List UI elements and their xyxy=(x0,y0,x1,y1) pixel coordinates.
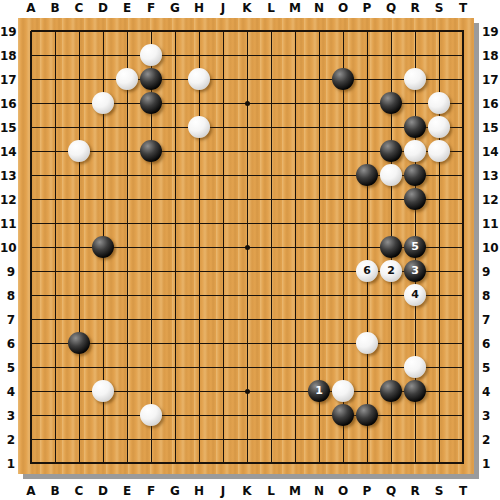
coord-label-R: R xyxy=(403,484,427,499)
stone-black-R15 xyxy=(404,116,426,138)
stone-white-S16 xyxy=(428,92,450,114)
coord-label-10: 10 xyxy=(482,240,500,256)
coord-label-E: E xyxy=(115,484,139,499)
coord-label-6: 6 xyxy=(482,336,500,352)
coord-label-8: 8 xyxy=(0,288,15,304)
coord-label-K: K xyxy=(235,484,259,499)
coord-label-13: 13 xyxy=(482,168,500,184)
grid-hline xyxy=(31,462,464,464)
grid-hline xyxy=(31,295,464,296)
stone-black-N4: 1 xyxy=(308,380,330,402)
stone-black-C6 xyxy=(68,332,90,354)
coord-label-14: 14 xyxy=(0,144,15,160)
stone-black-F14 xyxy=(140,140,162,162)
stone-white-R17 xyxy=(404,68,426,90)
coord-label-14: 14 xyxy=(482,144,500,160)
coord-label-C: C xyxy=(67,1,91,16)
stone-white-H15 xyxy=(188,116,210,138)
stone-black-Q14 xyxy=(380,140,402,162)
coord-label-5: 5 xyxy=(0,360,15,376)
coord-label-2: 2 xyxy=(482,432,500,448)
coord-label-5: 5 xyxy=(482,360,500,376)
stone-white-D4 xyxy=(92,380,114,402)
coord-label-19: 19 xyxy=(0,24,15,40)
stone-black-O3 xyxy=(332,404,354,426)
coord-label-L: L xyxy=(259,1,283,16)
stone-black-D10 xyxy=(92,236,114,258)
stone-white-P9: 6 xyxy=(356,260,378,282)
grid-vline xyxy=(295,31,296,464)
stone-black-R12 xyxy=(404,188,426,210)
stone-white-Q9: 2 xyxy=(380,260,402,282)
stone-black-P13 xyxy=(356,164,378,186)
go-board[interactable]: 562341 xyxy=(18,18,474,474)
star-point-K4 xyxy=(245,389,250,394)
coord-label-18: 18 xyxy=(482,48,500,64)
stone-black-F17 xyxy=(140,68,162,90)
stone-white-O4 xyxy=(332,380,354,402)
star-point-K10 xyxy=(245,245,250,250)
coord-label-E: E xyxy=(115,1,139,16)
coord-label-D: D xyxy=(91,484,115,499)
coord-label-D: D xyxy=(91,1,115,16)
coord-label-F: F xyxy=(139,1,163,16)
coord-label-N: N xyxy=(307,1,331,16)
coord-label-A: A xyxy=(19,484,43,499)
coord-label-P: P xyxy=(355,484,379,499)
coord-label-17: 17 xyxy=(0,72,15,88)
coord-label-19: 19 xyxy=(482,24,500,40)
coord-label-N: N xyxy=(307,484,331,499)
coord-label-18: 18 xyxy=(0,48,15,64)
coord-label-T: T xyxy=(451,484,475,499)
stone-white-R5 xyxy=(404,356,426,378)
coord-label-3: 3 xyxy=(0,408,15,424)
coord-label-7: 7 xyxy=(0,312,15,328)
coord-label-16: 16 xyxy=(482,96,500,112)
stone-black-R10: 5 xyxy=(404,236,426,258)
stone-white-C14 xyxy=(68,140,90,162)
stone-white-R8: 4 xyxy=(404,284,426,306)
coord-label-15: 15 xyxy=(482,120,500,136)
coord-label-A: A xyxy=(19,1,43,16)
grid-hline xyxy=(31,319,464,320)
coord-label-Q: Q xyxy=(379,484,403,499)
coord-label-C: C xyxy=(67,484,91,499)
coord-label-B: B xyxy=(43,484,67,499)
coord-label-1: 1 xyxy=(482,456,500,472)
coord-label-J: J xyxy=(211,484,235,499)
star-point-K16 xyxy=(245,101,250,106)
coord-label-S: S xyxy=(427,484,451,499)
coord-label-2: 2 xyxy=(0,432,15,448)
stone-black-Q4 xyxy=(380,380,402,402)
coord-label-H: H xyxy=(187,1,211,16)
grid-hline xyxy=(31,343,464,344)
coord-label-T: T xyxy=(451,1,475,16)
coord-label-4: 4 xyxy=(482,384,500,400)
stone-black-Q10 xyxy=(380,236,402,258)
stone-white-E17 xyxy=(116,68,138,90)
coord-label-K: K xyxy=(235,1,259,16)
coord-label-Q: Q xyxy=(379,1,403,16)
coord-label-15: 15 xyxy=(0,120,15,136)
coord-label-M: M xyxy=(283,1,307,16)
coord-label-4: 4 xyxy=(0,384,15,400)
grid-hline xyxy=(31,367,464,368)
coord-label-B: B xyxy=(43,1,67,16)
coord-label-17: 17 xyxy=(482,72,500,88)
go-game-viewer: ABCDEFGHJKLMNOPQRST 19181716151413121110… xyxy=(0,0,500,500)
coord-label-O: O xyxy=(331,484,355,499)
coord-label-10: 10 xyxy=(0,240,15,256)
stone-white-S14 xyxy=(428,140,450,162)
stone-black-R4 xyxy=(404,380,426,402)
coord-label-S: S xyxy=(427,1,451,16)
stone-black-F16 xyxy=(140,92,162,114)
stone-black-P3 xyxy=(356,404,378,426)
grid-vline xyxy=(271,31,272,464)
coord-label-12: 12 xyxy=(0,192,15,208)
stone-black-R13 xyxy=(404,164,426,186)
grid-vline xyxy=(367,31,368,464)
coord-label-13: 13 xyxy=(0,168,15,184)
coord-label-6: 6 xyxy=(0,336,15,352)
coord-label-L: L xyxy=(259,484,283,499)
coord-label-12: 12 xyxy=(482,192,500,208)
grid-hline xyxy=(31,439,464,440)
stone-white-P6 xyxy=(356,332,378,354)
coord-label-G: G xyxy=(163,1,187,16)
coord-label-1: 1 xyxy=(0,456,15,472)
grid-vline xyxy=(462,31,464,464)
stone-black-O17 xyxy=(332,68,354,90)
stone-black-R9: 3 xyxy=(404,260,426,282)
grid-hline xyxy=(31,415,464,416)
stone-white-F18 xyxy=(140,44,162,66)
stone-white-F3 xyxy=(140,404,162,426)
stone-white-D16 xyxy=(92,92,114,114)
coord-label-O: O xyxy=(331,1,355,16)
coord-label-M: M xyxy=(283,484,307,499)
coord-label-J: J xyxy=(211,1,235,16)
stone-black-Q16 xyxy=(380,92,402,114)
coord-label-3: 3 xyxy=(482,408,500,424)
coord-label-9: 9 xyxy=(482,264,500,280)
coord-label-16: 16 xyxy=(0,96,15,112)
coord-label-11: 11 xyxy=(482,216,500,232)
coord-label-8: 8 xyxy=(482,288,500,304)
coord-label-R: R xyxy=(403,1,427,16)
coord-label-H: H xyxy=(187,484,211,499)
stone-white-R14 xyxy=(404,140,426,162)
stone-white-S15 xyxy=(428,116,450,138)
coord-label-7: 7 xyxy=(482,312,500,328)
coord-label-9: 9 xyxy=(0,264,15,280)
coord-label-11: 11 xyxy=(0,216,15,232)
coord-label-P: P xyxy=(355,1,379,16)
stone-white-H17 xyxy=(188,68,210,90)
coord-label-G: G xyxy=(163,484,187,499)
stone-white-Q13 xyxy=(380,164,402,186)
coord-label-F: F xyxy=(139,484,163,499)
